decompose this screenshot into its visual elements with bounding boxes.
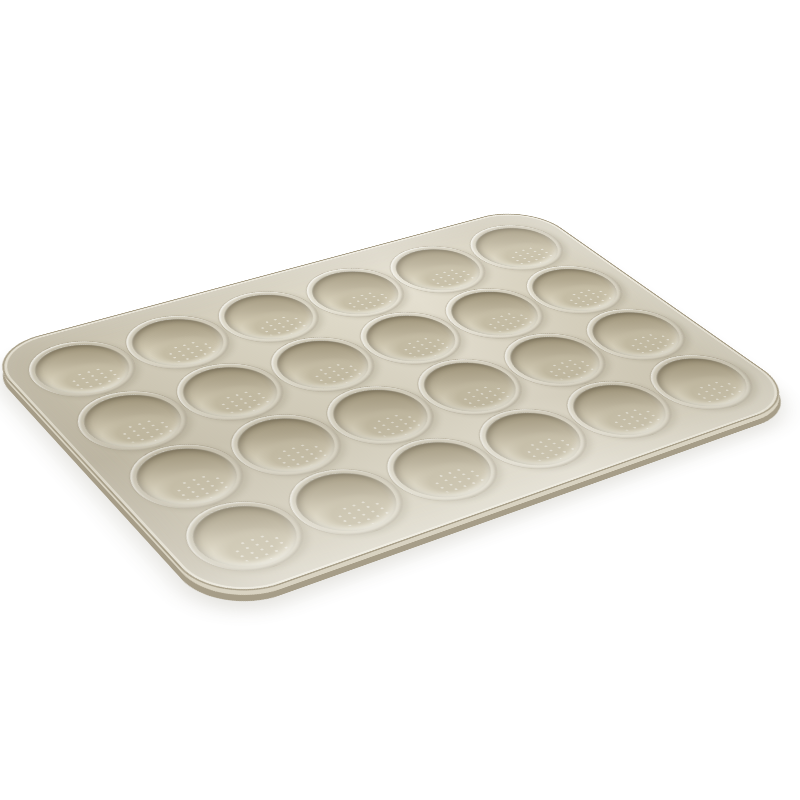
product-photo-background: Empty 24-cup mini muffin baking pan with… — [0, 0, 800, 800]
cup-floor-speckles — [168, 470, 236, 506]
cup-floor-speckles — [226, 529, 297, 568]
muffin-pan — [0, 205, 800, 608]
cup-grid — [9, 217, 775, 586]
